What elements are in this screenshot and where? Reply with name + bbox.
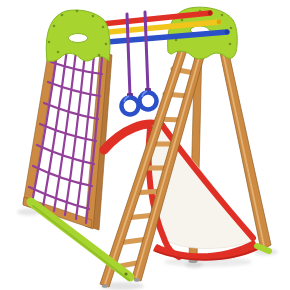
screw [57,51,60,54]
screw [61,14,64,17]
screw [76,10,79,13]
screw [53,25,56,28]
screw [105,43,108,46]
left-safety-panel [46,10,110,62]
net-rope [51,62,102,74]
product-photo [0,0,290,290]
foot-pad [102,284,108,288]
screw [181,19,184,22]
screw [92,15,95,18]
rings [122,93,157,115]
play-gym-scene [0,0,290,290]
screw [102,26,105,29]
screw [230,27,233,30]
screw [124,272,127,275]
screw [229,43,232,46]
bar-end-cap [217,20,222,25]
left-panel-shape [46,10,110,61]
ring-straps [127,12,148,96]
foot-pad [134,278,140,282]
screw [221,14,224,17]
ring-strap [127,14,130,96]
screw [48,41,51,44]
ring-strap [145,12,148,91]
bar-end-cap [225,30,230,35]
screw [175,39,178,42]
bar-end-cap [208,11,213,16]
screw [98,54,101,57]
